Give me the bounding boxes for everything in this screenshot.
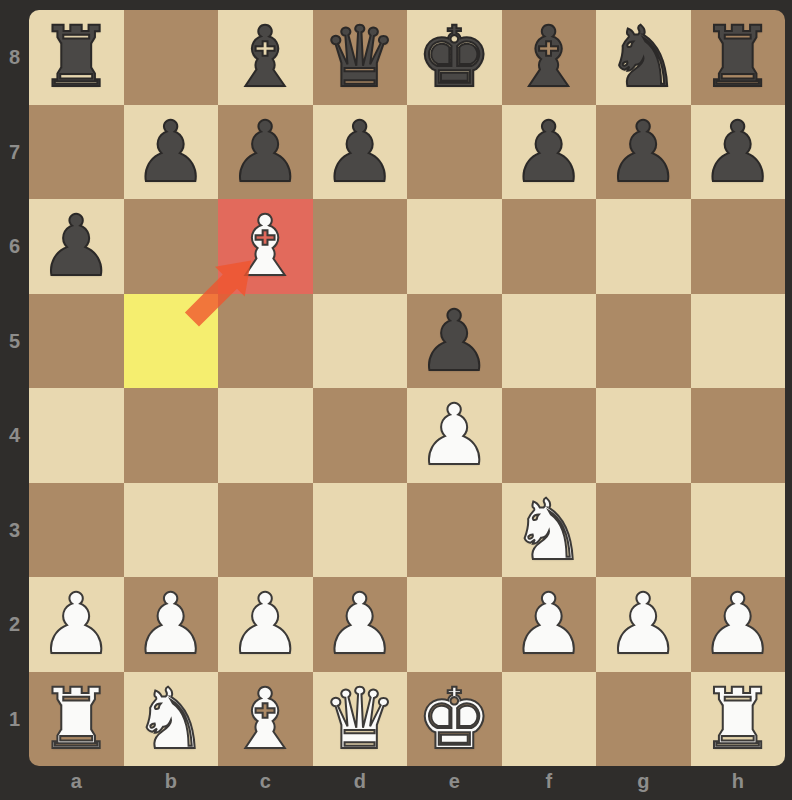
square-h6[interactable] [691, 199, 786, 294]
square-h8[interactable]: ♜ [691, 10, 786, 105]
square-b6[interactable] [124, 199, 219, 294]
rank-label-7: 7 [0, 105, 29, 200]
square-f5[interactable] [502, 294, 597, 389]
square-c5[interactable] [218, 294, 313, 389]
square-b3[interactable] [124, 483, 219, 578]
piece-black-rook-a8[interactable]: ♜ [29, 10, 124, 105]
square-f3[interactable]: ♞ [502, 483, 597, 578]
square-f7[interactable]: ♟ [502, 105, 597, 200]
square-a5[interactable] [29, 294, 124, 389]
rank-label-1: 1 [0, 672, 29, 767]
file-label-b: b [124, 766, 219, 796]
square-g4[interactable] [596, 388, 691, 483]
square-a6[interactable]: ♟ [29, 199, 124, 294]
square-b8[interactable] [124, 10, 219, 105]
piece-white-bishop-c1[interactable]: ♝ [218, 672, 313, 767]
square-e2[interactable] [407, 577, 502, 672]
file-label-g: g [596, 766, 691, 796]
piece-black-rook-h8[interactable]: ♜ [691, 10, 786, 105]
square-c7[interactable]: ♟ [218, 105, 313, 200]
square-b2[interactable]: ♟ [124, 577, 219, 672]
rank-label-3: 3 [0, 483, 29, 578]
square-b1[interactable]: ♞ [124, 672, 219, 767]
piece-white-rook-a1[interactable]: ♜ [29, 672, 124, 767]
square-e8[interactable]: ♚ [407, 10, 502, 105]
square-g8[interactable]: ♞ [596, 10, 691, 105]
square-d5[interactable] [313, 294, 408, 389]
square-a4[interactable] [29, 388, 124, 483]
square-a1[interactable]: ♜ [29, 672, 124, 767]
square-f1[interactable] [502, 672, 597, 767]
square-d3[interactable] [313, 483, 408, 578]
piece-black-pawn-c7[interactable]: ♟ [218, 105, 313, 200]
file-label-h: h [691, 766, 786, 796]
square-b5[interactable] [124, 294, 219, 389]
board-squares: ♜♝♛♚♝♞♜♟♟♟♟♟♟♟♝♟♟♞♟♟♟♟♟♟♟♜♞♝♛♚♜ [29, 10, 785, 766]
square-h5[interactable] [691, 294, 786, 389]
square-h1[interactable]: ♜ [691, 672, 786, 767]
rank-label-8: 8 [0, 10, 29, 105]
piece-black-bishop-c8[interactable]: ♝ [218, 10, 313, 105]
rank-label-6: 6 [0, 199, 29, 294]
piece-black-king-e8[interactable]: ♚ [407, 10, 502, 105]
piece-black-pawn-d7[interactable]: ♟ [313, 105, 408, 200]
square-d1[interactable]: ♛ [313, 672, 408, 767]
square-c3[interactable] [218, 483, 313, 578]
square-b7[interactable]: ♟ [124, 105, 219, 200]
square-d4[interactable] [313, 388, 408, 483]
piece-white-pawn-c2[interactable]: ♟ [218, 577, 313, 672]
piece-white-knight-f3[interactable]: ♞ [502, 483, 597, 578]
square-g1[interactable] [596, 672, 691, 767]
piece-black-pawn-g7[interactable]: ♟ [596, 105, 691, 200]
square-f8[interactable]: ♝ [502, 10, 597, 105]
square-e3[interactable] [407, 483, 502, 578]
piece-black-knight-g8[interactable]: ♞ [596, 10, 691, 105]
piece-white-pawn-g2[interactable]: ♟ [596, 577, 691, 672]
square-f2[interactable]: ♟ [502, 577, 597, 672]
piece-white-pawn-d2[interactable]: ♟ [313, 577, 408, 672]
rank-label-2: 2 [0, 577, 29, 672]
piece-white-queen-d1[interactable]: ♛ [313, 672, 408, 767]
square-e6[interactable] [407, 199, 502, 294]
square-e7[interactable] [407, 105, 502, 200]
square-d7[interactable]: ♟ [313, 105, 408, 200]
piece-white-rook-h1[interactable]: ♜ [691, 672, 786, 767]
square-c8[interactable]: ♝ [218, 10, 313, 105]
square-h4[interactable] [691, 388, 786, 483]
square-f6[interactable] [502, 199, 597, 294]
square-a3[interactable] [29, 483, 124, 578]
piece-black-pawn-a6[interactable]: ♟ [29, 199, 124, 294]
square-h3[interactable] [691, 483, 786, 578]
piece-black-pawn-b7[interactable]: ♟ [124, 105, 219, 200]
square-e1[interactable]: ♚ [407, 672, 502, 767]
piece-white-king-e1[interactable]: ♚ [407, 672, 502, 767]
square-c2[interactable]: ♟ [218, 577, 313, 672]
square-d8[interactable]: ♛ [313, 10, 408, 105]
square-g3[interactable] [596, 483, 691, 578]
piece-white-pawn-e4[interactable]: ♟ [407, 388, 502, 483]
chess-board[interactable]: ♜♝♛♚♝♞♜♟♟♟♟♟♟♟♝♟♟♞♟♟♟♟♟♟♟♜♞♝♛♚♜ [29, 10, 785, 766]
square-d6[interactable] [313, 199, 408, 294]
piece-white-pawn-b2[interactable]: ♟ [124, 577, 219, 672]
square-h2[interactable]: ♟ [691, 577, 786, 672]
square-c6[interactable]: ♝ [218, 199, 313, 294]
piece-black-bishop-f8[interactable]: ♝ [502, 10, 597, 105]
piece-white-bishop-c6[interactable]: ♝ [218, 199, 313, 294]
square-c1[interactable]: ♝ [218, 672, 313, 767]
piece-white-pawn-a2[interactable]: ♟ [29, 577, 124, 672]
piece-black-pawn-e5[interactable]: ♟ [407, 294, 502, 389]
square-c4[interactable] [218, 388, 313, 483]
square-h7[interactable]: ♟ [691, 105, 786, 200]
piece-white-knight-b1[interactable]: ♞ [124, 672, 219, 767]
file-label-e: e [407, 766, 502, 796]
file-label-d: d [313, 766, 408, 796]
square-g7[interactable]: ♟ [596, 105, 691, 200]
file-label-f: f [502, 766, 597, 796]
piece-black-pawn-f7[interactable]: ♟ [502, 105, 597, 200]
piece-white-pawn-h2[interactable]: ♟ [691, 577, 786, 672]
square-f4[interactable] [502, 388, 597, 483]
file-label-c: c [218, 766, 313, 796]
square-a7[interactable] [29, 105, 124, 200]
rank-label-4: 4 [0, 388, 29, 483]
file-label-a: a [29, 766, 124, 796]
square-g6[interactable] [596, 199, 691, 294]
square-a2[interactable]: ♟ [29, 577, 124, 672]
square-e4[interactable]: ♟ [407, 388, 502, 483]
piece-black-queen-d8[interactable]: ♛ [313, 10, 408, 105]
rank-label-5: 5 [0, 294, 29, 389]
square-g5[interactable] [596, 294, 691, 389]
piece-white-pawn-f2[interactable]: ♟ [502, 577, 597, 672]
piece-black-pawn-h7[interactable]: ♟ [691, 105, 786, 200]
square-a8[interactable]: ♜ [29, 10, 124, 105]
square-g2[interactable]: ♟ [596, 577, 691, 672]
square-b4[interactable] [124, 388, 219, 483]
square-d2[interactable]: ♟ [313, 577, 408, 672]
square-e5[interactable]: ♟ [407, 294, 502, 389]
